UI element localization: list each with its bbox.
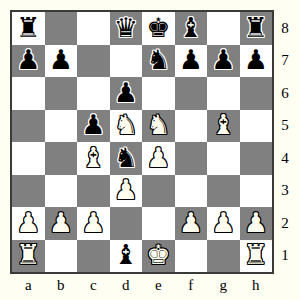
file-label-b: b xyxy=(45,275,78,295)
chess-app: ♜♛♚♝♜♟♟♞♟♟♟♟♟♞♞♝♝♞♟♟♟♟♟♟♟♟♜♝♚♜ 87654321 … xyxy=(0,0,300,300)
piece-white-knight[interactable]: ♞ xyxy=(114,111,138,138)
square-b8[interactable] xyxy=(45,12,78,45)
square-g1[interactable] xyxy=(207,240,240,273)
square-a2[interactable]: ♟ xyxy=(12,207,45,240)
square-e4[interactable]: ♟ xyxy=(142,142,175,175)
square-h3[interactable] xyxy=(240,175,273,208)
square-e2[interactable] xyxy=(142,207,175,240)
square-h1[interactable]: ♜ xyxy=(240,240,273,273)
piece-white-pawn[interactable]: ♟ xyxy=(211,209,235,236)
piece-white-pawn[interactable]: ♟ xyxy=(16,209,40,236)
square-d1[interactable]: ♝ xyxy=(110,240,143,273)
square-f1[interactable] xyxy=(175,240,208,273)
square-d4[interactable]: ♞ xyxy=(110,142,143,175)
square-e7[interactable]: ♞ xyxy=(142,45,175,78)
square-f6[interactable] xyxy=(175,77,208,110)
piece-black-rook[interactable]: ♜ xyxy=(244,14,268,41)
square-f3[interactable] xyxy=(175,175,208,208)
rank-label-1: 1 xyxy=(277,240,293,273)
square-b4[interactable] xyxy=(45,142,78,175)
piece-black-bishop[interactable]: ♝ xyxy=(179,14,203,41)
square-c5[interactable]: ♟ xyxy=(77,110,110,143)
square-f2[interactable]: ♟ xyxy=(175,207,208,240)
square-g5[interactable]: ♝ xyxy=(207,110,240,143)
piece-black-queen[interactable]: ♛ xyxy=(114,14,138,41)
square-f4[interactable] xyxy=(175,142,208,175)
square-c3[interactable] xyxy=(77,175,110,208)
square-g7[interactable]: ♟ xyxy=(207,45,240,78)
chess-board: ♜♛♚♝♜♟♟♞♟♟♟♟♟♞♞♝♝♞♟♟♟♟♟♟♟♟♜♝♚♜ xyxy=(12,12,272,272)
square-a6[interactable] xyxy=(12,77,45,110)
piece-white-pawn[interactable]: ♟ xyxy=(179,209,203,236)
square-e3[interactable] xyxy=(142,175,175,208)
square-a4[interactable] xyxy=(12,142,45,175)
square-f5[interactable] xyxy=(175,110,208,143)
rank-label-4: 4 xyxy=(277,142,293,175)
piece-black-pawn[interactable]: ♟ xyxy=(81,111,105,138)
square-e8[interactable]: ♚ xyxy=(142,12,175,45)
rank-label-7: 7 xyxy=(277,45,293,78)
square-d6[interactable]: ♟ xyxy=(110,77,143,110)
piece-black-bishop[interactable]: ♝ xyxy=(114,241,138,268)
piece-white-pawn[interactable]: ♟ xyxy=(114,176,138,203)
piece-black-pawn[interactable]: ♟ xyxy=(179,46,203,73)
square-b5[interactable] xyxy=(45,110,78,143)
square-b3[interactable] xyxy=(45,175,78,208)
square-d2[interactable] xyxy=(110,207,143,240)
piece-white-pawn[interactable]: ♟ xyxy=(244,209,268,236)
piece-white-bishop[interactable]: ♝ xyxy=(211,111,235,138)
square-c4[interactable]: ♝ xyxy=(77,142,110,175)
piece-black-knight[interactable]: ♞ xyxy=(146,46,170,73)
piece-white-king[interactable]: ♚ xyxy=(146,241,170,268)
square-e5[interactable]: ♞ xyxy=(142,110,175,143)
square-a8[interactable]: ♜ xyxy=(12,12,45,45)
square-g4[interactable] xyxy=(207,142,240,175)
piece-white-knight[interactable]: ♞ xyxy=(146,111,170,138)
square-c7[interactable] xyxy=(77,45,110,78)
file-label-h: h xyxy=(240,275,273,295)
piece-black-knight[interactable]: ♞ xyxy=(114,144,138,171)
piece-black-pawn[interactable]: ♟ xyxy=(114,79,138,106)
piece-white-pawn[interactable]: ♟ xyxy=(81,209,105,236)
square-c1[interactable] xyxy=(77,240,110,273)
rank-label-2: 2 xyxy=(277,207,293,240)
square-a7[interactable]: ♟ xyxy=(12,45,45,78)
square-b1[interactable] xyxy=(45,240,78,273)
rank-label-6: 6 xyxy=(277,77,293,110)
piece-white-pawn[interactable]: ♟ xyxy=(49,209,73,236)
piece-white-rook[interactable]: ♜ xyxy=(244,241,268,268)
square-g3[interactable] xyxy=(207,175,240,208)
file-label-c: c xyxy=(77,275,110,295)
file-label-e: e xyxy=(142,275,175,295)
file-labels: abcdefgh xyxy=(12,275,272,295)
square-d7[interactable] xyxy=(110,45,143,78)
square-d3[interactable]: ♟ xyxy=(110,175,143,208)
file-label-g: g xyxy=(207,275,240,295)
square-a3[interactable] xyxy=(12,175,45,208)
square-f8[interactable]: ♝ xyxy=(175,12,208,45)
file-label-a: a xyxy=(12,275,45,295)
file-label-f: f xyxy=(175,275,208,295)
square-a5[interactable] xyxy=(12,110,45,143)
square-g8[interactable] xyxy=(207,12,240,45)
file-label-d: d xyxy=(110,275,143,295)
square-b6[interactable] xyxy=(45,77,78,110)
square-h2[interactable]: ♟ xyxy=(240,207,273,240)
square-g2[interactable]: ♟ xyxy=(207,207,240,240)
square-b7[interactable]: ♟ xyxy=(45,45,78,78)
piece-black-pawn[interactable]: ♟ xyxy=(49,46,73,73)
square-e6[interactable] xyxy=(142,77,175,110)
rank-labels: 87654321 xyxy=(277,12,293,272)
square-a1[interactable]: ♜ xyxy=(12,240,45,273)
square-h5[interactable] xyxy=(240,110,273,143)
piece-black-pawn[interactable]: ♟ xyxy=(16,46,40,73)
rank-label-3: 3 xyxy=(277,175,293,208)
rank-label-5: 5 xyxy=(277,110,293,143)
piece-black-king[interactable]: ♚ xyxy=(146,14,170,41)
square-h4[interactable] xyxy=(240,142,273,175)
piece-black-rook[interactable]: ♜ xyxy=(16,14,40,41)
piece-black-pawn[interactable]: ♟ xyxy=(244,46,268,73)
rank-label-8: 8 xyxy=(277,12,293,45)
square-f7[interactable]: ♟ xyxy=(175,45,208,78)
square-h6[interactable] xyxy=(240,77,273,110)
square-b2[interactable]: ♟ xyxy=(45,207,78,240)
square-d5[interactable]: ♞ xyxy=(110,110,143,143)
square-e1[interactable]: ♚ xyxy=(142,240,175,273)
piece-black-pawn[interactable]: ♟ xyxy=(211,46,235,73)
square-c6[interactable] xyxy=(77,77,110,110)
piece-white-pawn[interactable]: ♟ xyxy=(146,144,170,171)
square-d8[interactable]: ♛ xyxy=(110,12,143,45)
square-g6[interactable] xyxy=(207,77,240,110)
square-h8[interactable]: ♜ xyxy=(240,12,273,45)
chess-board-frame: ♜♛♚♝♜♟♟♞♟♟♟♟♟♞♞♝♝♞♟♟♟♟♟♟♟♟♜♝♚♜ xyxy=(10,10,274,274)
piece-white-rook[interactable]: ♜ xyxy=(16,241,40,268)
piece-white-bishop[interactable]: ♝ xyxy=(81,144,105,171)
square-c8[interactable] xyxy=(77,12,110,45)
square-c2[interactable]: ♟ xyxy=(77,207,110,240)
square-h7[interactable]: ♟ xyxy=(240,45,273,78)
